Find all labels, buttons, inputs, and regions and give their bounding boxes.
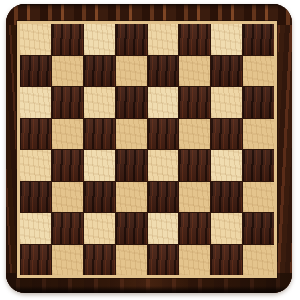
square-b8[interactable] xyxy=(52,24,83,55)
square-h3[interactable] xyxy=(243,182,274,213)
square-c8[interactable] xyxy=(84,24,115,55)
square-a1[interactable] xyxy=(20,245,51,276)
board-frame-top xyxy=(6,4,292,25)
square-c3[interactable] xyxy=(84,182,115,213)
square-g3[interactable] xyxy=(211,182,242,213)
square-a6[interactable] xyxy=(20,87,51,118)
square-h8[interactable] xyxy=(243,24,274,55)
square-d6[interactable] xyxy=(116,87,147,118)
square-f1[interactable] xyxy=(179,245,210,276)
square-g6[interactable] xyxy=(211,87,242,118)
square-b2[interactable] xyxy=(52,213,83,244)
square-b6[interactable] xyxy=(52,87,83,118)
square-h5[interactable] xyxy=(243,119,274,150)
square-c1[interactable] xyxy=(84,245,115,276)
square-a5[interactable] xyxy=(20,119,51,150)
square-f5[interactable] xyxy=(179,119,210,150)
square-e5[interactable] xyxy=(148,119,179,150)
square-g4[interactable] xyxy=(211,150,242,181)
square-f3[interactable] xyxy=(179,182,210,213)
board-frame-bottom xyxy=(6,273,292,293)
square-f6[interactable] xyxy=(179,87,210,118)
square-b5[interactable] xyxy=(52,119,83,150)
square-h2[interactable] xyxy=(243,213,274,244)
square-e8[interactable] xyxy=(148,24,179,55)
square-d8[interactable] xyxy=(116,24,147,55)
square-e1[interactable] xyxy=(148,245,179,276)
square-d1[interactable] xyxy=(116,245,147,276)
square-e3[interactable] xyxy=(148,182,179,213)
square-c7[interactable] xyxy=(84,56,115,87)
square-e2[interactable] xyxy=(148,213,179,244)
square-a4[interactable] xyxy=(20,150,51,181)
square-e4[interactable] xyxy=(148,150,179,181)
square-f7[interactable] xyxy=(179,56,210,87)
square-b7[interactable] xyxy=(52,56,83,87)
square-h6[interactable] xyxy=(243,87,274,118)
square-b4[interactable] xyxy=(52,150,83,181)
square-f2[interactable] xyxy=(179,213,210,244)
board-inlay-frame xyxy=(20,24,274,275)
square-g7[interactable] xyxy=(211,56,242,87)
square-h1[interactable] xyxy=(243,245,274,276)
board-grid xyxy=(20,24,274,275)
square-a8[interactable] xyxy=(20,24,51,55)
square-b1[interactable] xyxy=(52,245,83,276)
square-c5[interactable] xyxy=(84,119,115,150)
chessboard xyxy=(6,4,292,293)
square-a7[interactable] xyxy=(20,56,51,87)
square-c4[interactable] xyxy=(84,150,115,181)
square-e7[interactable] xyxy=(148,56,179,87)
square-d3[interactable] xyxy=(116,182,147,213)
square-h7[interactable] xyxy=(243,56,274,87)
square-a2[interactable] xyxy=(20,213,51,244)
square-e6[interactable] xyxy=(148,87,179,118)
square-d7[interactable] xyxy=(116,56,147,87)
photo-background xyxy=(0,0,300,300)
square-d4[interactable] xyxy=(116,150,147,181)
square-g8[interactable] xyxy=(211,24,242,55)
board-frame-right xyxy=(273,4,292,293)
square-g2[interactable] xyxy=(211,213,242,244)
square-c6[interactable] xyxy=(84,87,115,118)
square-g1[interactable] xyxy=(211,245,242,276)
square-g5[interactable] xyxy=(211,119,242,150)
square-f8[interactable] xyxy=(179,24,210,55)
square-h4[interactable] xyxy=(243,150,274,181)
square-c2[interactable] xyxy=(84,213,115,244)
square-d2[interactable] xyxy=(116,213,147,244)
square-a3[interactable] xyxy=(20,182,51,213)
square-f4[interactable] xyxy=(179,150,210,181)
square-b3[interactable] xyxy=(52,182,83,213)
square-d5[interactable] xyxy=(116,119,147,150)
